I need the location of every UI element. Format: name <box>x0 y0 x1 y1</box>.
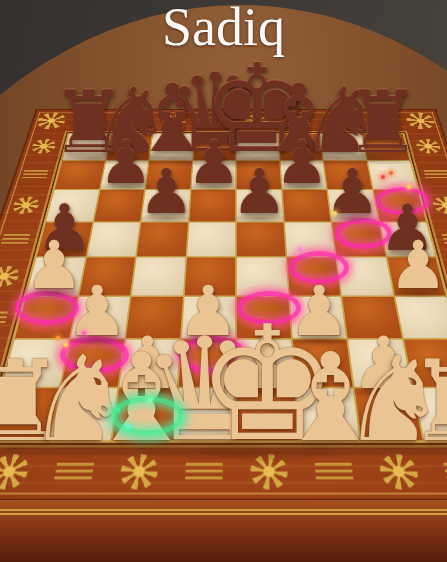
board-front-edge <box>0 500 447 562</box>
gold-pinstripe <box>0 509 447 515</box>
square-e4[interactable] <box>237 258 288 296</box>
piece-black-pawn-c6[interactable]: ♟ <box>138 161 194 223</box>
selected-square-ring-c1[interactable] <box>111 396 184 435</box>
scroll-ornament-icon <box>423 169 447 180</box>
piece-black-pawn-e6[interactable]: ♟ <box>231 161 287 223</box>
scroll-ornament-icon <box>21 169 49 180</box>
rosette-ornament-icon <box>0 266 21 287</box>
piece-black-rook-h8[interactable]: ♜ <box>344 79 421 165</box>
scroll-ornament-icon <box>0 309 9 326</box>
app-window: Sadiq ♜♞♝♛♚♝♞♜♟♟♟♟♟♟♟♟♟♟♟♟♟♟♟♟♜♞♝♛♚♝♞♜ <box>0 0 447 562</box>
piece-white-pawn-h4[interactable]: ♟ <box>388 233 447 299</box>
square-b5[interactable] <box>87 222 140 256</box>
piece-black-pawn-g6[interactable]: ♟ <box>324 161 380 223</box>
piece-white-rook-h1[interactable]: ♜ <box>406 345 447 457</box>
square-d5[interactable] <box>187 222 235 256</box>
